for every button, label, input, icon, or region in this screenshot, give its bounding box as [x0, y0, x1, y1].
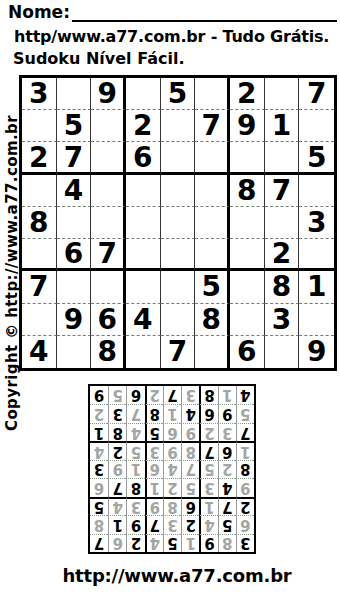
puzzle-cell-r4c8: 7	[265, 175, 300, 207]
puzzle-cell-r3c4: 6	[126, 142, 161, 174]
solution-cell-r5c1: 8	[236, 460, 254, 478]
puzzle-cell-r2c7: 9	[230, 110, 265, 142]
puzzle-cell-r6c9	[299, 239, 334, 271]
solution-cell-r5c3: 5	[199, 460, 217, 478]
puzzle-cell-r7c7	[230, 271, 265, 303]
puzzle-cell-r1c4	[126, 78, 161, 110]
solution-cell-r8c9: 2	[90, 404, 108, 422]
puzzle-cell-r8c3: 6	[91, 304, 126, 336]
puzzle-cell-r6c8: 2	[265, 239, 300, 271]
solution-cell-r4c7: 8	[126, 478, 144, 496]
puzzle-cell-r7c2	[57, 271, 92, 303]
solution-cell-r8c7: 7	[126, 404, 144, 422]
solution-cell-r3c1: 2	[236, 497, 254, 515]
puzzle-cell-r8c5	[161, 304, 196, 336]
solution-cell-r3c2: 7	[218, 497, 236, 515]
solution-cell-r2c3: 4	[199, 515, 217, 533]
solution-cell-r1c1: 3	[236, 534, 254, 552]
name-row: Nome:	[8, 2, 337, 22]
puzzle-cell-r7c8: 8	[265, 271, 300, 303]
solution-cell-r4c1: 9	[236, 478, 254, 496]
puzzle-cell-r9c3: 8	[91, 336, 126, 368]
sudoku-solution-grid: 3891542676542379182716893459435218768257…	[88, 384, 256, 554]
puzzle-cell-r3c7	[230, 142, 265, 174]
solution-cell-r2c8: 1	[108, 515, 126, 533]
solution-cell-r7c5: 6	[163, 423, 181, 441]
solution-cell-r7c4: 9	[181, 423, 199, 441]
puzzle-cell-r5c3	[91, 207, 126, 239]
solution-cell-r8c2: 9	[218, 404, 236, 422]
puzzle-cell-r6c1	[22, 239, 57, 271]
puzzle-cell-r6c7	[230, 239, 265, 271]
solution-cell-r8c3: 6	[199, 404, 217, 422]
copyright-vertical-text: Copyright © http://www.a77.com.br	[3, 73, 21, 431]
footer-url: http://www.a77.com.br	[0, 565, 340, 586]
solution-cell-r1c2: 8	[218, 534, 236, 552]
solution-cell-r9c6: 2	[145, 386, 163, 404]
solution-cell-r5c2: 2	[218, 460, 236, 478]
solution-cell-r8c8: 3	[108, 404, 126, 422]
solution-cell-r4c5: 2	[163, 478, 181, 496]
solution-cell-r6c6: 3	[145, 441, 163, 459]
solution-cell-r9c5: 7	[163, 386, 181, 404]
solution-cell-r7c1: 7	[236, 423, 254, 441]
puzzle-cell-r4c3	[91, 175, 126, 207]
worksheet-page: Nome: http/www.a77.com.br - Tudo Grátis.…	[0, 0, 340, 596]
solution-cell-r9c2: 1	[218, 386, 236, 404]
puzzle-cell-r5c8	[265, 207, 300, 239]
puzzle-cell-r8c7	[230, 304, 265, 336]
solution-cell-r2c7: 9	[126, 515, 144, 533]
puzzle-cell-r5c9: 3	[299, 207, 334, 239]
solution-cell-r1c6: 4	[145, 534, 163, 552]
puzzle-cell-r1c7: 2	[230, 78, 265, 110]
solution-cell-r3c6: 9	[145, 497, 163, 515]
puzzle-cell-r5c2	[57, 207, 92, 239]
solution-cell-r3c4: 6	[181, 497, 199, 515]
puzzle-cell-r6c2: 6	[57, 239, 92, 271]
solution-cell-r9c7: 6	[126, 386, 144, 404]
solution-cell-r6c2: 6	[218, 441, 236, 459]
puzzle-cell-r1c2	[57, 78, 92, 110]
puzzle-cell-r1c3: 9	[91, 78, 126, 110]
puzzle-cell-r7c5	[161, 271, 196, 303]
puzzle-cell-r9c4	[126, 336, 161, 368]
puzzle-cell-r9c6	[195, 336, 230, 368]
sudoku-puzzle-grid: 395275279127654878367275819648348769	[19, 75, 337, 371]
solution-cell-r1c9: 7	[90, 534, 108, 552]
puzzle-cell-r6c3: 7	[91, 239, 126, 271]
solution-cell-r4c2: 4	[218, 478, 236, 496]
puzzle-cell-r5c1: 8	[22, 207, 57, 239]
solution-cell-r9c4: 3	[181, 386, 199, 404]
puzzle-cell-r9c2	[57, 336, 92, 368]
puzzle-cell-r8c9	[299, 304, 334, 336]
solution-cell-r7c6: 5	[145, 423, 163, 441]
puzzle-cell-r8c2: 9	[57, 304, 92, 336]
puzzle-cell-r4c2: 4	[57, 175, 92, 207]
solution-cell-r1c7: 2	[126, 534, 144, 552]
solution-cell-r4c4: 5	[181, 478, 199, 496]
puzzle-cell-r1c1: 3	[22, 78, 57, 110]
solution-cell-r2c1: 6	[236, 515, 254, 533]
solution-cell-r4c9: 6	[90, 478, 108, 496]
puzzle-cell-r2c6: 7	[195, 110, 230, 142]
puzzle-cell-r1c6	[195, 78, 230, 110]
solution-cell-r7c3: 2	[199, 423, 217, 441]
puzzle-cell-r2c8: 1	[265, 110, 300, 142]
solution-cell-r1c5: 5	[163, 534, 181, 552]
name-blank-line	[72, 2, 337, 22]
solution-cell-r1c3: 9	[199, 534, 217, 552]
puzzle-cell-r4c1	[22, 175, 57, 207]
solution-cell-r7c8: 8	[108, 423, 126, 441]
site-tagline: http/www.a77.com.br - Tudo Grátis.	[14, 27, 329, 46]
puzzle-level-title: Sudoku Nível Fácil.	[13, 49, 185, 68]
puzzle-cell-r4c9	[299, 175, 334, 207]
solution-cell-r4c6: 1	[145, 478, 163, 496]
solution-cell-r9c8: 5	[108, 386, 126, 404]
solution-cell-r9c3: 8	[199, 386, 217, 404]
solution-cell-r6c8: 2	[108, 441, 126, 459]
puzzle-cell-r8c8: 3	[265, 304, 300, 336]
puzzle-cell-r1c5: 5	[161, 78, 196, 110]
puzzle-cell-r2c1	[22, 110, 57, 142]
solution-cell-r5c4: 7	[181, 460, 199, 478]
solution-cell-r6c5: 9	[163, 441, 181, 459]
solution-cell-r7c9: 1	[90, 423, 108, 441]
puzzle-cell-r2c3	[91, 110, 126, 142]
solution-cell-r2c2: 5	[218, 515, 236, 533]
solution-cell-r8c5: 1	[163, 404, 181, 422]
solution-cell-r7c2: 3	[218, 423, 236, 441]
puzzle-cell-r9c5: 7	[161, 336, 196, 368]
solution-cell-r6c1: 1	[236, 441, 254, 459]
puzzle-cell-r9c9: 9	[299, 336, 334, 368]
solution-cell-r5c7: 1	[126, 460, 144, 478]
solution-cell-r3c9: 5	[90, 497, 108, 515]
solution-cell-r9c9: 9	[90, 386, 108, 404]
solution-cell-r5c9: 3	[90, 460, 108, 478]
puzzle-cell-r4c7: 8	[230, 175, 265, 207]
puzzle-cell-r2c9	[299, 110, 334, 142]
puzzle-cell-r3c3	[91, 142, 126, 174]
solution-cell-r7c7: 4	[126, 423, 144, 441]
puzzle-cell-r8c1	[22, 304, 57, 336]
puzzle-cell-r5c4	[126, 207, 161, 239]
puzzle-cell-r4c4	[126, 175, 161, 207]
solution-cell-r8c1: 5	[236, 404, 254, 422]
puzzle-cell-r3c1: 2	[22, 142, 57, 174]
solution-cell-r4c3: 3	[199, 478, 217, 496]
solution-cell-r5c8: 9	[108, 460, 126, 478]
solution-cell-r3c7: 3	[126, 497, 144, 515]
puzzle-cell-r9c8	[265, 336, 300, 368]
solution-cell-r4c8: 7	[108, 478, 126, 496]
puzzle-cell-r2c5	[161, 110, 196, 142]
puzzle-cell-r2c4: 2	[126, 110, 161, 142]
solution-cell-r8c4: 4	[181, 404, 199, 422]
puzzle-cell-r5c6	[195, 207, 230, 239]
solution-cell-r2c6: 7	[145, 515, 163, 533]
puzzle-cell-r7c4	[126, 271, 161, 303]
puzzle-cell-r6c6	[195, 239, 230, 271]
solution-cell-r6c3: 7	[199, 441, 217, 459]
puzzle-cell-r7c9: 1	[299, 271, 334, 303]
puzzle-cell-r8c4: 4	[126, 304, 161, 336]
solution-cell-r6c4: 8	[181, 441, 199, 459]
puzzle-cell-r5c7	[230, 207, 265, 239]
puzzle-cell-r6c4	[126, 239, 161, 271]
solution-cell-r6c7: 5	[126, 441, 144, 459]
solution-cell-r5c5: 4	[163, 460, 181, 478]
puzzle-cell-r5c5	[161, 207, 196, 239]
puzzle-cell-r9c7: 6	[230, 336, 265, 368]
name-label: Nome:	[8, 2, 70, 22]
solution-cell-r2c5: 3	[163, 515, 181, 533]
puzzle-cell-r2c2: 5	[57, 110, 92, 142]
solution-cell-r2c4: 2	[181, 515, 199, 533]
solution-cell-r3c8: 4	[108, 497, 126, 515]
solution-cell-r3c3: 1	[199, 497, 217, 515]
puzzle-cell-r7c6: 5	[195, 271, 230, 303]
puzzle-cell-r7c3	[91, 271, 126, 303]
puzzle-cell-r9c1: 4	[22, 336, 57, 368]
puzzle-cell-r3c9: 5	[299, 142, 334, 174]
puzzle-cell-r1c9: 7	[299, 78, 334, 110]
puzzle-cell-r3c2: 7	[57, 142, 92, 174]
solution-cell-r1c4: 1	[181, 534, 199, 552]
puzzle-cell-r4c5	[161, 175, 196, 207]
puzzle-cell-r4c6	[195, 175, 230, 207]
solution-cell-r9c1: 4	[236, 386, 254, 404]
puzzle-cell-r3c5	[161, 142, 196, 174]
puzzle-cell-r6c5	[161, 239, 196, 271]
solution-cell-r5c6: 6	[145, 460, 163, 478]
solution-cell-r8c6: 8	[145, 404, 163, 422]
solution-cell-r1c8: 6	[108, 534, 126, 552]
puzzle-cell-r8c6: 8	[195, 304, 230, 336]
solution-cell-r6c9: 4	[90, 441, 108, 459]
puzzle-cell-r3c6	[195, 142, 230, 174]
puzzle-cell-r1c8	[265, 78, 300, 110]
solution-cell-r3c5: 8	[163, 497, 181, 515]
puzzle-cell-r3c8	[265, 142, 300, 174]
solution-cell-r2c9: 8	[90, 515, 108, 533]
puzzle-cell-r7c1: 7	[22, 271, 57, 303]
